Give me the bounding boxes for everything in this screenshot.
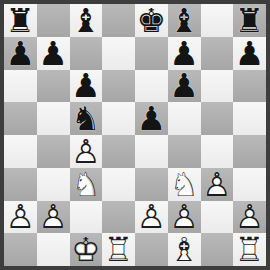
- square-d7[interactable]: [102, 37, 135, 70]
- square-g2[interactable]: [201, 201, 234, 234]
- square-d5[interactable]: [102, 102, 135, 135]
- square-f7[interactable]: ♟: [168, 37, 201, 70]
- square-b8[interactable]: [37, 4, 70, 37]
- square-h5[interactable]: [233, 102, 266, 135]
- square-c6[interactable]: ♟: [70, 70, 103, 103]
- square-a3[interactable]: [4, 168, 37, 201]
- square-b1[interactable]: [37, 233, 70, 266]
- square-d2[interactable]: [102, 201, 135, 234]
- square-c4[interactable]: ♟♙: [70, 135, 103, 168]
- square-d6[interactable]: [102, 70, 135, 103]
- square-f3[interactable]: ♞♘: [168, 168, 201, 201]
- square-g7[interactable]: [201, 37, 234, 70]
- white-pawn-piece: ♟♙: [168, 201, 201, 234]
- black-pawn-piece: ♟: [233, 37, 266, 70]
- square-d1[interactable]: ♜♖: [102, 233, 135, 266]
- square-g1[interactable]: [201, 233, 234, 266]
- square-h6[interactable]: [233, 70, 266, 103]
- square-f1[interactable]: ♝♗: [168, 233, 201, 266]
- square-e2[interactable]: ♟♙: [135, 201, 168, 234]
- white-pawn-piece: ♟♙: [70, 135, 103, 168]
- black-king-piece: ♚: [135, 4, 168, 37]
- square-f6[interactable]: ♟: [168, 70, 201, 103]
- square-c5[interactable]: ♞: [70, 102, 103, 135]
- square-a4[interactable]: [4, 135, 37, 168]
- square-e5[interactable]: ♟: [135, 102, 168, 135]
- square-h8[interactable]: ♜: [233, 4, 266, 37]
- square-e7[interactable]: [135, 37, 168, 70]
- white-pawn-piece: ♟♙: [37, 201, 70, 234]
- square-c2[interactable]: [70, 201, 103, 234]
- square-d4[interactable]: [102, 135, 135, 168]
- square-g5[interactable]: [201, 102, 234, 135]
- black-pawn-piece: ♟: [4, 37, 37, 70]
- square-a5[interactable]: [4, 102, 37, 135]
- white-rook-piece: ♜♖: [233, 233, 266, 266]
- white-pawn-piece: ♟♙: [4, 201, 37, 234]
- square-b4[interactable]: [37, 135, 70, 168]
- square-b3[interactable]: [37, 168, 70, 201]
- black-rook-piece: ♜: [233, 4, 266, 37]
- square-c7[interactable]: [70, 37, 103, 70]
- white-pawn-piece: ♟♙: [201, 168, 234, 201]
- chess-board: ♜♝♚♝♜♟♟♟♟♟♟♞♟♟♙♞♘♞♘♟♙♟♙♟♙♟♙♟♙♟♙♚♔♜♖♝♗♜♖: [4, 4, 266, 266]
- square-a6[interactable]: [4, 70, 37, 103]
- square-a8[interactable]: ♜: [4, 4, 37, 37]
- square-g8[interactable]: [201, 4, 234, 37]
- square-f2[interactable]: ♟♙: [168, 201, 201, 234]
- black-pawn-piece: ♟: [168, 37, 201, 70]
- square-f4[interactable]: [168, 135, 201, 168]
- black-bishop-piece: ♝: [70, 4, 103, 37]
- black-rook-piece: ♜: [4, 4, 37, 37]
- square-a2[interactable]: ♟♙: [4, 201, 37, 234]
- white-king-piece: ♚♔: [70, 233, 103, 266]
- square-g6[interactable]: [201, 70, 234, 103]
- square-e4[interactable]: [135, 135, 168, 168]
- square-g4[interactable]: [201, 135, 234, 168]
- square-f8[interactable]: ♝: [168, 4, 201, 37]
- square-e1[interactable]: [135, 233, 168, 266]
- square-a1[interactable]: [4, 233, 37, 266]
- chess-board-frame: ♜♝♚♝♜♟♟♟♟♟♟♞♟♟♙♞♘♞♘♟♙♟♙♟♙♟♙♟♙♟♙♚♔♜♖♝♗♜♖: [0, 0, 270, 270]
- square-c1[interactable]: ♚♔: [70, 233, 103, 266]
- square-e6[interactable]: [135, 70, 168, 103]
- white-pawn-piece: ♟♙: [233, 201, 266, 234]
- square-h4[interactable]: [233, 135, 266, 168]
- black-pawn-piece: ♟: [37, 37, 70, 70]
- white-bishop-piece: ♝♗: [168, 233, 201, 266]
- square-c3[interactable]: ♞♘: [70, 168, 103, 201]
- square-b2[interactable]: ♟♙: [37, 201, 70, 234]
- square-g3[interactable]: ♟♙: [201, 168, 234, 201]
- white-knight-piece: ♞♘: [70, 168, 103, 201]
- square-h3[interactable]: [233, 168, 266, 201]
- black-pawn-piece: ♟: [135, 102, 168, 135]
- square-h1[interactable]: ♜♖: [233, 233, 266, 266]
- square-b7[interactable]: ♟: [37, 37, 70, 70]
- black-pawn-piece: ♟: [70, 70, 103, 103]
- square-b6[interactable]: [37, 70, 70, 103]
- square-e3[interactable]: [135, 168, 168, 201]
- black-knight-piece: ♞: [70, 102, 103, 135]
- square-d8[interactable]: [102, 4, 135, 37]
- black-bishop-piece: ♝: [168, 4, 201, 37]
- black-pawn-piece: ♟: [168, 70, 201, 103]
- white-knight-piece: ♞♘: [168, 168, 201, 201]
- white-pawn-piece: ♟♙: [135, 201, 168, 234]
- square-f5[interactable]: [168, 102, 201, 135]
- square-d3[interactable]: [102, 168, 135, 201]
- white-rook-piece: ♜♖: [102, 233, 135, 266]
- square-h2[interactable]: ♟♙: [233, 201, 266, 234]
- square-a7[interactable]: ♟: [4, 37, 37, 70]
- square-h7[interactable]: ♟: [233, 37, 266, 70]
- square-b5[interactable]: [37, 102, 70, 135]
- square-e8[interactable]: ♚: [135, 4, 168, 37]
- square-c8[interactable]: ♝: [70, 4, 103, 37]
